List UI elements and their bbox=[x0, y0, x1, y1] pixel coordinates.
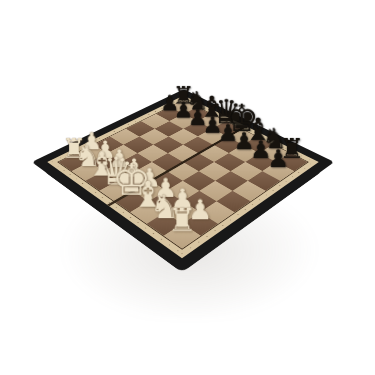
board-grid: ♜♞♝♛♚♝♞♜♟♟♟♟♟♟♟♟♟♟♟♟♟♟♟♟♜♞♝♛♚♝♞♜ bbox=[57, 100, 309, 250]
chess-board: ♜♞♝♛♚♝♞♜♟♟♟♟♟♟♟♟♟♟♟♟♟♟♟♟♜♞♝♛♚♝♞♜ bbox=[32, 89, 335, 272]
white-pawn-a2: ♟ bbox=[74, 130, 109, 154]
board-surface: ♜♞♝♛♚♝♞♜♟♟♟♟♟♟♟♟♟♟♟♟♟♟♟♟♜♞♝♛♚♝♞♜ bbox=[47, 96, 319, 259]
square-e6 bbox=[198, 145, 228, 162]
black-rook-a8: ♜ bbox=[168, 84, 199, 108]
scene: ♜♞♝♛♚♝♞♜♟♟♟♟♟♟♟♟♟♟♟♟♟♟♟♟♜♞♝♛♚♝♞♜ bbox=[0, 0, 375, 375]
product-photo: ♜♞♝♛♚♝♞♜♟♟♟♟♟♟♟♟♟♟♟♟♟♟♟♟♜♞♝♛♚♝♞♜ bbox=[0, 0, 375, 375]
